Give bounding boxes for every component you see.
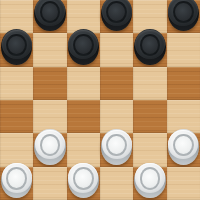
square-r3-c4[interactable] — [133, 100, 166, 133]
square-r1-c0[interactable] — [0, 33, 33, 66]
black-checker-piece[interactable] — [68, 29, 99, 64]
square-r3-c0[interactable] — [0, 100, 33, 133]
white-checker-piece[interactable] — [1, 163, 32, 198]
square-r2-c0[interactable] — [0, 67, 33, 100]
square-r0-c0[interactable] — [0, 0, 33, 33]
square-r2-c1[interactable] — [33, 67, 66, 100]
white-checker-piece[interactable] — [168, 129, 199, 164]
square-r1-c5[interactable] — [167, 33, 200, 66]
square-r4-c3[interactable] — [100, 133, 133, 166]
square-r4-c1[interactable] — [33, 133, 66, 166]
square-r2-c3[interactable] — [100, 67, 133, 100]
square-r1-c1[interactable] — [33, 33, 66, 66]
square-r4-c4[interactable] — [133, 133, 166, 166]
square-r0-c5[interactable] — [167, 0, 200, 33]
black-checker-piece[interactable] — [34, 0, 65, 31]
checkers-board — [0, 0, 200, 200]
square-r5-c4[interactable] — [133, 167, 166, 200]
square-r2-c5[interactable] — [167, 67, 200, 100]
black-checker-piece[interactable] — [1, 29, 32, 64]
square-r5-c5[interactable] — [167, 167, 200, 200]
square-r0-c2[interactable] — [67, 0, 100, 33]
square-r4-c0[interactable] — [0, 133, 33, 166]
square-r0-c4[interactable] — [133, 0, 166, 33]
square-r0-c3[interactable] — [100, 0, 133, 33]
black-checker-piece[interactable] — [101, 0, 132, 31]
checkers-board-viewport — [0, 0, 200, 200]
square-r5-c0[interactable] — [0, 167, 33, 200]
square-r5-c3[interactable] — [100, 167, 133, 200]
square-r0-c1[interactable] — [33, 0, 66, 33]
black-checker-piece[interactable] — [134, 29, 165, 64]
square-r2-c4[interactable] — [133, 67, 166, 100]
white-checker-piece[interactable] — [34, 129, 65, 164]
square-r3-c3[interactable] — [100, 100, 133, 133]
square-r1-c4[interactable] — [133, 33, 166, 66]
square-r3-c2[interactable] — [67, 100, 100, 133]
square-r4-c2[interactable] — [67, 133, 100, 166]
square-r3-c1[interactable] — [33, 100, 66, 133]
black-checker-piece[interactable] — [168, 0, 199, 31]
square-r5-c1[interactable] — [33, 167, 66, 200]
white-checker-piece[interactable] — [134, 163, 165, 198]
square-r5-c2[interactable] — [67, 167, 100, 200]
square-r3-c5[interactable] — [167, 100, 200, 133]
square-r4-c5[interactable] — [167, 133, 200, 166]
white-checker-piece[interactable] — [68, 163, 99, 198]
square-r2-c2[interactable] — [67, 67, 100, 100]
white-checker-piece[interactable] — [101, 129, 132, 164]
square-r1-c3[interactable] — [100, 33, 133, 66]
square-r1-c2[interactable] — [67, 33, 100, 66]
